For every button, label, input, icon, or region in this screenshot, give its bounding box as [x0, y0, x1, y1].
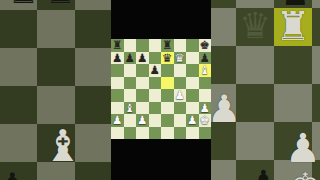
square-g7[interactable] [186, 52, 199, 65]
square-c6[interactable] [136, 64, 149, 77]
square-f6[interactable] [174, 64, 187, 77]
background-board-left: ♜♜♝♟ [0, 0, 111, 180]
square-d3[interactable] [149, 102, 162, 115]
square-g8[interactable] [186, 39, 199, 52]
square-f7[interactable]: ♛ [174, 52, 187, 65]
square-h8[interactable]: ♚ [199, 39, 212, 52]
square-d4[interactable] [149, 89, 162, 102]
black-pawn-c7[interactable]: ♟ [136, 52, 149, 65]
square-a5[interactable] [111, 77, 124, 90]
square-d5[interactable] [149, 77, 162, 90]
square-h7[interactable]: ♟ [199, 52, 212, 65]
square-e8[interactable]: ♜ [161, 39, 174, 52]
square-e2[interactable] [161, 114, 174, 127]
chess-board[interactable]: ♜♜♚♟♟♟♛♛♟♟♝♟♝♟♟♟♟♚ [111, 39, 211, 139]
square-g3[interactable] [186, 102, 199, 115]
square-e1[interactable] [161, 127, 174, 140]
black-rook-a8[interactable]: ♜ [111, 39, 124, 52]
black-king-h8[interactable]: ♚ [199, 39, 212, 52]
bg-ghost-queen-icon: ♛ [239, 8, 271, 44]
square-d2[interactable] [149, 114, 162, 127]
square-d7[interactable] [149, 52, 162, 65]
square-e5[interactable] [161, 77, 174, 90]
white-bishop-b3[interactable]: ♝ [124, 102, 137, 115]
white-pawn-a2[interactable]: ♟ [111, 114, 124, 127]
square-h5[interactable] [199, 77, 212, 90]
square-b7[interactable]: ♟ [124, 52, 137, 65]
square-e7[interactable]: ♛ [161, 52, 174, 65]
square-e6[interactable] [161, 64, 174, 77]
square-b1[interactable] [124, 127, 137, 140]
black-rook-e8[interactable]: ♜ [161, 39, 174, 52]
square-h4[interactable] [199, 89, 212, 102]
background-board-right: ♟♜♛♟♟♚♟ [211, 0, 320, 180]
square-f5[interactable] [174, 77, 187, 90]
square-c2[interactable]: ♟ [136, 114, 149, 127]
bg-white-bishop-icon: ♝ [43, 124, 82, 168]
square-a3[interactable] [111, 102, 124, 115]
square-h1[interactable] [199, 127, 212, 140]
square-c1[interactable] [136, 127, 149, 140]
square-c8[interactable] [136, 39, 149, 52]
white-pawn-c2[interactable]: ♟ [136, 114, 149, 127]
square-h3[interactable]: ♟ [199, 102, 212, 115]
black-pawn-a7[interactable]: ♟ [111, 52, 124, 65]
square-g6[interactable] [186, 64, 199, 77]
square-a8[interactable]: ♜ [111, 39, 124, 52]
square-c3[interactable] [136, 102, 149, 115]
square-f2[interactable] [174, 114, 187, 127]
bg-black-piece-base-mid-icon: ♜ [45, 0, 75, 8]
square-b3[interactable]: ♝ [124, 102, 137, 115]
square-a7[interactable]: ♟ [111, 52, 124, 65]
square-a4[interactable] [111, 89, 124, 102]
black-pawn-d6[interactable]: ♟ [149, 64, 162, 77]
square-f4[interactable]: ♟ [174, 89, 187, 102]
bg-black-piece-base-left-icon: ♜ [8, 0, 38, 8]
square-g5[interactable] [186, 77, 199, 90]
square-a2[interactable]: ♟ [111, 114, 124, 127]
white-pawn-g2[interactable]: ♟ [186, 114, 199, 127]
background-highlight-square [274, 8, 312, 46]
video-strip: ♜♜♚♟♟♟♛♛♟♟♝♟♝♟♟♟♟♚ [111, 0, 211, 180]
square-b6[interactable] [124, 64, 137, 77]
black-pawn-h7[interactable]: ♟ [199, 52, 212, 65]
bg-white-pawn-lower-icon: ♟ [285, 128, 320, 168]
square-b8[interactable] [124, 39, 137, 52]
square-d6[interactable]: ♟ [149, 64, 162, 77]
square-b5[interactable] [124, 77, 137, 90]
square-g4[interactable] [186, 89, 199, 102]
square-h6[interactable]: ♝ [199, 64, 212, 77]
square-f3[interactable] [174, 102, 187, 115]
square-b2[interactable] [124, 114, 137, 127]
video-frame: ♜♜♝♟ ♟♜♛♟♟♚♟ ♜♜♚♟♟♟♛♛♟♟♝♟♝♟♟♟♟♚ [0, 0, 320, 180]
white-pawn-f4[interactable]: ♟ [174, 89, 187, 102]
bg-black-pawn-bottom-icon: ♟ [0, 168, 27, 180]
square-c5[interactable] [136, 77, 149, 90]
bg-black-piece-bottom-icon: ♟ [249, 166, 278, 180]
white-queen-f7[interactable]: ♛ [174, 52, 187, 65]
bg-white-king-bottom-icon: ♚ [290, 168, 320, 180]
square-h2[interactable]: ♚ [199, 114, 212, 127]
bg-white-pawn-left-icon: ♟ [211, 90, 241, 128]
square-f1[interactable] [174, 127, 187, 140]
square-b4[interactable] [124, 89, 137, 102]
white-king-h2[interactable]: ♚ [199, 114, 212, 127]
white-bishop-h6[interactable]: ♝ [199, 64, 212, 77]
black-pawn-b7[interactable]: ♟ [124, 52, 137, 65]
square-d1[interactable] [149, 127, 162, 140]
square-e4[interactable] [161, 89, 174, 102]
square-d8[interactable] [149, 39, 162, 52]
square-e3[interactable] [161, 102, 174, 115]
square-a6[interactable] [111, 64, 124, 77]
square-f8[interactable] [174, 39, 187, 52]
black-queen-e7[interactable]: ♛ [161, 52, 174, 65]
square-g1[interactable] [186, 127, 199, 140]
square-c7[interactable]: ♟ [136, 52, 149, 65]
square-a1[interactable] [111, 127, 124, 140]
square-c4[interactable] [136, 89, 149, 102]
white-pawn-h3[interactable]: ♟ [199, 102, 212, 115]
square-g2[interactable]: ♟ [186, 114, 199, 127]
